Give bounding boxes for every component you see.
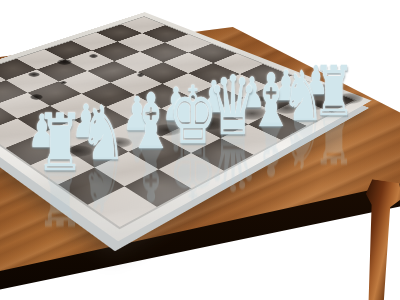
piece-white-king[interactable]: ♚♚ [169,76,218,156]
board-artifact-spot [60,81,67,84]
piece-reflection: ♝ [128,134,175,211]
piece-white-rook[interactable]: ♜♜ [36,104,84,183]
piece-reflection: ♜ [36,156,84,235]
board-artifact-spot [89,54,98,58]
piece-white-knight[interactable]: ♞♞ [80,96,126,171]
piece-reflection: ♞ [80,146,126,221]
piece-reflection: ♚ [169,129,218,209]
piece-white-bishop[interactable]: ♝♝ [128,83,175,160]
board-artifact-spot [28,72,40,77]
scene: ♜♜♞♞♝♝♚♚♛♛♝♝♞♞♜♜♟♟♟♟♟♟♟♟♟♟ [0,0,400,300]
board-artifact-spot [57,59,72,65]
